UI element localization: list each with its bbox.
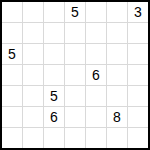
empty-cell-r1c6[interactable]	[107, 2, 127, 22]
empty-cell-r3c7[interactable]	[128, 44, 148, 64]
empty-cell-r7c2[interactable]	[23, 128, 43, 148]
empty-cell-r6c5[interactable]	[86, 107, 106, 127]
empty-cell-r5c1[interactable]	[2, 86, 22, 106]
empty-cell-r5c5[interactable]	[86, 86, 106, 106]
empty-cell-r5c6[interactable]	[107, 86, 127, 106]
empty-cell-r2c3[interactable]	[44, 23, 64, 43]
empty-cell-r4c7[interactable]	[128, 65, 148, 85]
empty-cell-r5c7[interactable]	[128, 86, 148, 106]
empty-cell-r2c2[interactable]	[23, 23, 43, 43]
empty-cell-r3c3[interactable]	[44, 44, 64, 64]
clue-cell-r5c3: 5	[44, 86, 64, 106]
empty-cell-r1c5[interactable]	[86, 2, 106, 22]
clue-cell-r1c4: 5	[65, 2, 85, 22]
puzzle-board: 5356568	[0, 0, 150, 150]
empty-cell-r2c1[interactable]	[2, 23, 22, 43]
empty-cell-r6c4[interactable]	[65, 107, 85, 127]
empty-cell-r2c4[interactable]	[65, 23, 85, 43]
empty-cell-r1c3[interactable]	[44, 2, 64, 22]
empty-cell-r2c7[interactable]	[128, 23, 148, 43]
clue-cell-r1c7: 3	[128, 2, 148, 22]
empty-cell-r4c4[interactable]	[65, 65, 85, 85]
empty-cell-r7c4[interactable]	[65, 128, 85, 148]
empty-cell-r4c2[interactable]	[23, 65, 43, 85]
empty-cell-r2c6[interactable]	[107, 23, 127, 43]
clue-cell-r6c6: 8	[107, 107, 127, 127]
empty-cell-r3c2[interactable]	[23, 44, 43, 64]
empty-cell-r6c2[interactable]	[23, 107, 43, 127]
clue-cell-r3c1: 5	[2, 44, 22, 64]
empty-cell-r3c6[interactable]	[107, 44, 127, 64]
empty-cell-r5c2[interactable]	[23, 86, 43, 106]
clue-cell-r6c3: 6	[44, 107, 64, 127]
empty-cell-r7c3[interactable]	[44, 128, 64, 148]
empty-cell-r7c7[interactable]	[128, 128, 148, 148]
clue-cell-r4c5: 6	[86, 65, 106, 85]
empty-cell-r6c7[interactable]	[128, 107, 148, 127]
empty-cell-r2c5[interactable]	[86, 23, 106, 43]
empty-cell-r4c1[interactable]	[2, 65, 22, 85]
empty-cell-r5c4[interactable]	[65, 86, 85, 106]
empty-cell-r7c5[interactable]	[86, 128, 106, 148]
empty-cell-r1c2[interactable]	[23, 2, 43, 22]
empty-cell-r3c5[interactable]	[86, 44, 106, 64]
empty-cell-r1c1[interactable]	[2, 2, 22, 22]
empty-cell-r3c4[interactable]	[65, 44, 85, 64]
empty-cell-r6c1[interactable]	[2, 107, 22, 127]
empty-cell-r4c6[interactable]	[107, 65, 127, 85]
empty-cell-r7c1[interactable]	[2, 128, 22, 148]
empty-cell-r4c3[interactable]	[44, 65, 64, 85]
empty-cell-r7c6[interactable]	[107, 128, 127, 148]
